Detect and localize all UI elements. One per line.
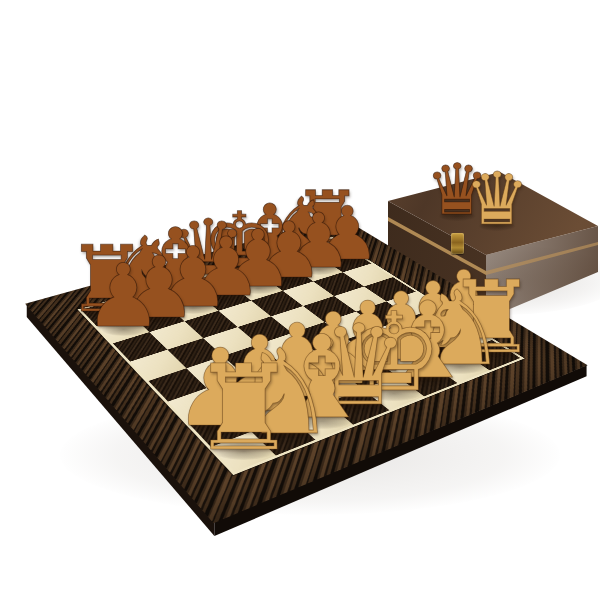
playing-area [82, 238, 521, 472]
board-frame [26, 217, 588, 524]
piece-contact-shadow [439, 211, 474, 221]
spare-queen-boxwood: ♛ [464, 163, 529, 236]
piece-contact-shadow [479, 221, 515, 231]
spare-queen-sherry: ♛ [425, 155, 488, 225]
scene: ♜♞♝♛♚♝♞♜♟♟♟♟♟♟♟♟♟♟♟♟♟♟♟♟♜♞♝♛♚♝♞♜♛♛ [0, 0, 600, 600]
box-clasp-icon [451, 233, 464, 254]
chessboard [26, 217, 588, 524]
